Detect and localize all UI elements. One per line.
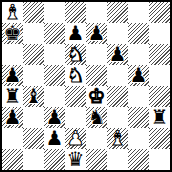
square-d1[interactable]: ♛ [65,149,86,170]
square-a6[interactable] [2,44,23,65]
square-b6[interactable] [23,44,44,65]
square-g1[interactable] [128,149,149,170]
square-g7[interactable] [128,23,149,44]
square-b8[interactable] [23,2,44,23]
square-c5[interactable] [44,65,65,86]
square-a1[interactable] [2,149,23,170]
square-f7[interactable] [107,23,128,44]
piece-white-pawn[interactable]: ♟ [67,128,85,149]
square-d3[interactable] [65,107,86,128]
square-e6[interactable] [86,44,107,65]
square-c8[interactable] [44,2,65,23]
square-f5[interactable] [107,65,128,86]
square-h2[interactable] [149,128,170,149]
piece-white-bishop[interactable]: ♝ [4,2,22,23]
piece-white-knight[interactable]: ♞ [67,65,85,86]
square-h7[interactable] [149,23,170,44]
piece-black-pawn[interactable]: ♟ [67,23,85,44]
square-c6[interactable] [44,44,65,65]
piece-white-bishop[interactable]: ♝ [109,128,127,149]
piece-white-king[interactable]: ♚ [88,86,106,107]
square-g4[interactable] [128,86,149,107]
square-g2[interactable] [128,128,149,149]
square-h1[interactable] [149,149,170,170]
square-b5[interactable] [23,65,44,86]
piece-black-rook[interactable]: ♜ [4,86,22,107]
square-d4[interactable] [65,86,86,107]
square-c4[interactable] [44,86,65,107]
piece-black-pawn[interactable]: ♟ [109,44,127,65]
square-e3[interactable]: ♞ [86,107,107,128]
square-e1[interactable] [86,149,107,170]
square-g8[interactable] [128,2,149,23]
square-a5[interactable]: ♟ [2,65,23,86]
piece-black-rook[interactable]: ♜ [151,107,169,128]
square-c1[interactable] [44,149,65,170]
square-e5[interactable] [86,65,107,86]
square-c3[interactable]: ♟ [44,107,65,128]
square-c2[interactable]: ♟ [44,128,65,149]
square-d8[interactable] [65,2,86,23]
square-g6[interactable] [128,44,149,65]
chess-board: ♝♚♟♟♞♟♟♞♟♜♝♚♟♟♞♜♟♟♝♛ [0,0,172,172]
piece-black-knight[interactable]: ♞ [88,107,106,128]
square-b2[interactable] [23,128,44,149]
square-c7[interactable] [44,23,65,44]
square-a2[interactable] [2,128,23,149]
square-a7[interactable]: ♚ [2,23,23,44]
piece-black-pawn[interactable]: ♟ [46,107,64,128]
square-b7[interactable] [23,23,44,44]
square-a8[interactable]: ♝ [2,2,23,23]
piece-black-queen[interactable]: ♛ [67,149,85,170]
square-g3[interactable] [128,107,149,128]
piece-white-knight[interactable]: ♞ [67,44,85,65]
piece-black-bishop[interactable]: ♝ [25,86,43,107]
square-f4[interactable] [107,86,128,107]
piece-black-pawn[interactable]: ♟ [4,65,22,86]
square-a4[interactable]: ♜ [2,86,23,107]
square-b4[interactable]: ♝ [23,86,44,107]
square-g5[interactable]: ♟ [128,65,149,86]
square-h4[interactable] [149,86,170,107]
square-d5[interactable]: ♞ [65,65,86,86]
square-d2[interactable]: ♟ [65,128,86,149]
square-f6[interactable]: ♟ [107,44,128,65]
square-h8[interactable] [149,2,170,23]
square-f3[interactable] [107,107,128,128]
square-b3[interactable] [23,107,44,128]
piece-black-pawn[interactable]: ♟ [130,65,148,86]
piece-black-pawn[interactable]: ♟ [46,128,64,149]
square-e4[interactable]: ♚ [86,86,107,107]
square-d6[interactable]: ♞ [65,44,86,65]
square-b1[interactable] [23,149,44,170]
square-e8[interactable] [86,2,107,23]
piece-black-pawn[interactable]: ♟ [88,23,106,44]
square-h5[interactable] [149,65,170,86]
square-f2[interactable]: ♝ [107,128,128,149]
square-d7[interactable]: ♟ [65,23,86,44]
square-e2[interactable] [86,128,107,149]
piece-black-king[interactable]: ♚ [4,23,22,44]
square-a3[interactable]: ♟ [2,107,23,128]
square-h3[interactable]: ♜ [149,107,170,128]
square-f8[interactable] [107,2,128,23]
piece-black-pawn[interactable]: ♟ [4,107,22,128]
board-grid: ♝♚♟♟♞♟♟♞♟♜♝♚♟♟♞♜♟♟♝♛ [2,2,170,170]
square-h6[interactable] [149,44,170,65]
square-e7[interactable]: ♟ [86,23,107,44]
square-f1[interactable] [107,149,128,170]
